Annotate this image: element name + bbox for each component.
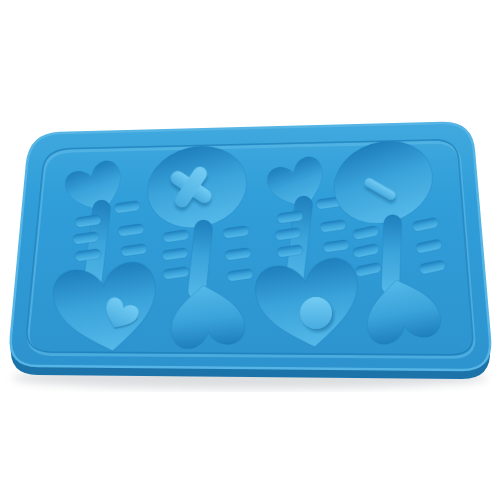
ice-cube-tray [11, 123, 490, 379]
circle-decoration [300, 297, 332, 329]
product-photo [0, 0, 500, 500]
